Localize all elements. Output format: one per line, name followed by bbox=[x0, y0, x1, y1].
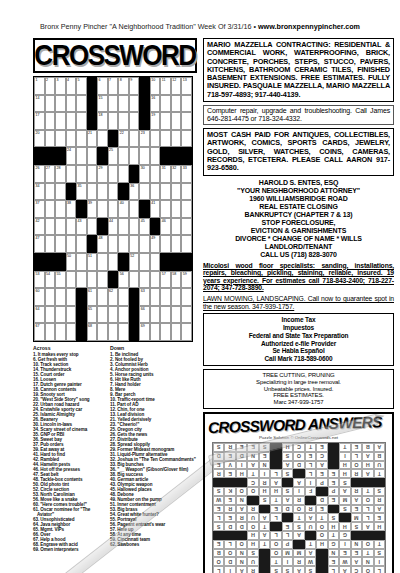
solution-letter-cell: A bbox=[293, 566, 304, 573]
cell-number: 41 bbox=[151, 201, 155, 205]
block-cell bbox=[160, 147, 171, 165]
solution-letter-cell: T bbox=[362, 487, 373, 496]
block-cell bbox=[87, 95, 98, 113]
cell-number: 3 bbox=[56, 78, 58, 82]
solution-block-cell bbox=[293, 540, 304, 549]
puzzle-cell bbox=[181, 288, 192, 306]
puzzle-cell: 56 bbox=[118, 271, 129, 289]
ad-line: Se Habla Español bbox=[207, 347, 390, 355]
puzzle-cell bbox=[66, 95, 77, 113]
solution-letter-cell: L bbox=[213, 513, 224, 522]
cell-number: 61 bbox=[88, 289, 92, 293]
puzzle-cell bbox=[129, 235, 140, 253]
cell-number: 39 bbox=[88, 201, 92, 205]
cell-number: 6 bbox=[99, 78, 101, 82]
puzzle-cell: 62 bbox=[108, 288, 119, 306]
block-cell bbox=[129, 288, 140, 306]
solution-letter-cell: L bbox=[304, 469, 315, 478]
cell-number: 17 bbox=[35, 113, 39, 117]
solution-block-cell bbox=[270, 522, 281, 531]
down-heading: Down bbox=[110, 346, 197, 351]
solution-letter-cell: A bbox=[362, 522, 373, 531]
solution-letter-cell: D bbox=[224, 522, 235, 531]
solution-block-cell bbox=[327, 452, 338, 461]
puzzle-cell: 55 bbox=[55, 271, 66, 289]
solution-letter-cell: S bbox=[350, 522, 361, 531]
puzzle-cell bbox=[45, 288, 56, 306]
solution-letter-cell: D bbox=[281, 505, 292, 514]
solution-letter-cell: H bbox=[270, 487, 281, 496]
puzzle-cell bbox=[129, 95, 140, 113]
puzzle-cell bbox=[171, 235, 182, 253]
cell-number: 22 bbox=[120, 131, 124, 135]
solution-letter-cell: L bbox=[362, 505, 373, 514]
solution-letter-cell: H bbox=[247, 531, 258, 540]
solution-letter-cell: R bbox=[213, 469, 224, 478]
solution-letter-cell: E bbox=[327, 478, 338, 487]
cell-number: 49 bbox=[151, 236, 155, 240]
cell-number: 65 bbox=[88, 307, 92, 311]
block-cell bbox=[76, 306, 87, 324]
solution-letter-cell: D bbox=[235, 452, 246, 461]
solution-letter-cell: T bbox=[270, 557, 281, 566]
cell-number: 16 bbox=[151, 96, 155, 100]
solution-letter-cell: S bbox=[327, 513, 338, 522]
block-cell bbox=[45, 147, 56, 165]
solution-letter-cell: E bbox=[339, 549, 350, 558]
puzzle-cell: 67 bbox=[34, 323, 45, 341]
puzzle-cell bbox=[66, 306, 77, 324]
cell-number: 38 bbox=[67, 201, 71, 205]
puzzle-cell: 45 bbox=[139, 218, 150, 236]
puzzle-cell bbox=[129, 271, 140, 289]
puzzle-cell: 44 bbox=[108, 218, 119, 236]
solution-letter-cell: O bbox=[247, 487, 258, 496]
cell-number: 51 bbox=[88, 254, 92, 258]
solution-letter-cell: I bbox=[258, 469, 269, 478]
solution-letter-cell: T bbox=[304, 443, 315, 452]
solution-block-cell bbox=[327, 505, 338, 514]
solution-letter-cell: S bbox=[373, 487, 384, 496]
solution-letter-cell: R bbox=[247, 505, 258, 514]
cell-number: 28 bbox=[56, 166, 60, 170]
puzzle-cell bbox=[76, 130, 87, 148]
solution-letter-cell: R bbox=[304, 505, 315, 514]
solution-block-cell bbox=[304, 496, 315, 505]
solution-letter-cell: C bbox=[316, 452, 327, 461]
puzzle-cell bbox=[45, 306, 56, 324]
puzzle-cell: 33 bbox=[181, 165, 192, 183]
solution-letter-cell: I bbox=[373, 557, 384, 566]
puzzle-cell bbox=[108, 95, 119, 113]
puzzle-cell bbox=[66, 235, 77, 253]
solution-block-cell bbox=[327, 461, 338, 470]
puzzle-cell bbox=[76, 165, 87, 183]
puzzle-cell: 31 bbox=[160, 165, 171, 183]
solution-letter-cell: I bbox=[224, 566, 235, 573]
puzzle-cell: 14 bbox=[34, 95, 45, 113]
puzzle-cell: 65 bbox=[87, 306, 98, 324]
solution-letter-cell: U bbox=[373, 461, 384, 470]
cell-number: 66 bbox=[141, 307, 145, 311]
puzzle-cell bbox=[171, 306, 182, 324]
solution-letter-cell: S bbox=[247, 549, 258, 558]
cell-number: 1 bbox=[35, 78, 37, 82]
puzzle-cell: 25 bbox=[108, 147, 119, 165]
solution-letter-cell: E bbox=[373, 513, 384, 522]
puzzle-cell bbox=[150, 183, 161, 201]
ad-line: Marc 347-939-1757 bbox=[207, 399, 390, 406]
puzzle-cell bbox=[108, 200, 119, 218]
solution-block-cell bbox=[362, 478, 373, 487]
clue-item: 69. Omen interpreters bbox=[33, 547, 108, 552]
puzzle-cell bbox=[45, 235, 56, 253]
puzzle-cell bbox=[66, 130, 77, 148]
solution-letter-cell: A bbox=[350, 496, 361, 505]
cell-number: 5 bbox=[78, 78, 80, 82]
puzzle-cell bbox=[129, 112, 140, 130]
puzzle-cell bbox=[66, 271, 77, 289]
cell-number: 25 bbox=[109, 148, 113, 152]
solution-letter-cell: S bbox=[213, 487, 224, 496]
puzzle-cell: 48 bbox=[97, 235, 108, 253]
puzzle-cell bbox=[118, 147, 129, 165]
cell-number: 40 bbox=[120, 201, 124, 205]
cell-number: 29 bbox=[99, 166, 103, 170]
cell-number: 37 bbox=[35, 201, 39, 205]
puzzle-cell bbox=[87, 218, 98, 236]
solution-letter-cell: A bbox=[316, 461, 327, 470]
solution-block-cell bbox=[281, 478, 292, 487]
solution-letter-cell: T bbox=[270, 496, 281, 505]
puzzle-cell bbox=[55, 235, 66, 253]
puzzle-cell: 6 bbox=[97, 77, 108, 95]
solution-letter-cell: E bbox=[327, 496, 338, 505]
solution-block-cell bbox=[293, 469, 304, 478]
puzzle-cell bbox=[55, 183, 66, 201]
down-clues: Down 1. Be inclined2. Not fooled by3. Co… bbox=[108, 346, 197, 552]
cell-number: 7 bbox=[109, 78, 111, 82]
puzzle-cell: 58 bbox=[171, 271, 182, 289]
block-cell bbox=[129, 306, 140, 324]
ad-line: MOST CASH PAID FOR ANTIQUES, COLLECTIBLE… bbox=[207, 131, 390, 172]
block-cell bbox=[139, 95, 150, 113]
solution-block-cell bbox=[316, 549, 327, 558]
classified-ad: Computer repair, upgrade and troubleshoo… bbox=[203, 105, 394, 125]
solution-block-cell bbox=[213, 478, 224, 487]
cell-number: 18 bbox=[99, 113, 103, 117]
solution-letter-cell: O bbox=[293, 505, 304, 514]
block-cell bbox=[108, 130, 119, 148]
clue-item: 61. Oscar nominee for "The Aviator" bbox=[33, 507, 108, 517]
solution-letter-cell: L bbox=[270, 531, 281, 540]
solution-letter-cell: B bbox=[362, 443, 373, 452]
cell-number: 63 bbox=[141, 289, 145, 293]
solution-block-cell bbox=[235, 478, 246, 487]
cell-number: 42 bbox=[35, 219, 39, 223]
puzzle-cell: 32 bbox=[171, 165, 182, 183]
ad-line: DIVORCE * CHANGE OF NAME * WILLS bbox=[203, 235, 394, 243]
block-cell bbox=[139, 77, 150, 95]
puzzle-cell bbox=[118, 235, 129, 253]
solution-letter-cell: V bbox=[224, 461, 235, 470]
puzzle-cell: 37 bbox=[34, 200, 45, 218]
solution-letter-cell: A bbox=[339, 566, 350, 573]
masthead-text: Bronx Penny Pincher "A Neighborhood Trad… bbox=[40, 22, 258, 31]
solution-letter-cell: C bbox=[247, 478, 258, 487]
puzzle-cell: 35 bbox=[76, 183, 87, 201]
cell-number: 68 bbox=[88, 324, 92, 328]
puzzle-cell bbox=[45, 95, 56, 113]
solution-letter-cell: N bbox=[327, 549, 338, 558]
clue-lists: Across 1. It makes every stop6. Get fres… bbox=[33, 346, 197, 552]
ad-line: Specializing in large tree removal. bbox=[207, 379, 390, 386]
masthead-url: www.bronxpennypincher.com bbox=[258, 22, 360, 31]
puzzle-cell bbox=[108, 235, 119, 253]
solution-letter-cell: E bbox=[316, 443, 327, 452]
solution-block-cell bbox=[362, 531, 373, 540]
puzzle-cell bbox=[66, 288, 77, 306]
cell-number: 23 bbox=[141, 131, 145, 135]
solution-letter-cell: E bbox=[213, 540, 224, 549]
puzzle-cell bbox=[150, 323, 161, 341]
solution-letter-cell: O bbox=[270, 549, 281, 558]
solution-letter-cell: E bbox=[316, 469, 327, 478]
ad-line: REAL ESTATE CLOSING bbox=[203, 203, 394, 211]
puzzle-cell bbox=[76, 253, 87, 271]
puzzle-cell bbox=[139, 271, 150, 289]
solution-letter-cell: M bbox=[350, 513, 361, 522]
puzzle-cell: 66 bbox=[139, 306, 150, 324]
solution-letter-cell: L bbox=[327, 566, 338, 573]
solution-letter-cell: E bbox=[213, 461, 224, 470]
puzzle-cell bbox=[66, 112, 77, 130]
block-cell bbox=[76, 323, 87, 341]
solution-letter-cell: P bbox=[316, 478, 327, 487]
cell-number: 13 bbox=[183, 78, 187, 82]
puzzle-cell bbox=[129, 130, 140, 148]
solution-letter-cell: A bbox=[373, 505, 384, 514]
puzzle-cell: 11 bbox=[160, 77, 171, 95]
block-cell bbox=[150, 218, 161, 236]
solution-letter-cell: A bbox=[258, 513, 269, 522]
puzzle-cell bbox=[87, 165, 98, 183]
puzzle-cell bbox=[171, 323, 182, 341]
solution-letter-cell: A bbox=[293, 531, 304, 540]
solution-letter-cell: A bbox=[281, 461, 292, 470]
block-cell bbox=[34, 253, 45, 271]
masthead: Bronx Penny Pincher "A Neighborhood Trad… bbox=[0, 22, 400, 31]
solution-letter-cell: S bbox=[373, 549, 384, 558]
solution-letter-cell: R bbox=[224, 443, 235, 452]
puzzle-cell: 40 bbox=[118, 200, 129, 218]
puzzle-cell bbox=[118, 288, 129, 306]
puzzle-cell bbox=[181, 235, 192, 253]
solution-letter-cell: O bbox=[293, 452, 304, 461]
cell-number: 50 bbox=[67, 254, 71, 258]
puzzle-cell: 18 bbox=[97, 112, 108, 130]
puzzle-cell bbox=[171, 200, 182, 218]
solution-letter-cell: A bbox=[293, 478, 304, 487]
solution-letter-cell: S bbox=[281, 452, 292, 461]
puzzle-cell: 15 bbox=[97, 95, 108, 113]
ad-line: Income Tax bbox=[207, 316, 390, 324]
block-cell bbox=[66, 183, 77, 201]
puzzle-cell: 39 bbox=[87, 200, 98, 218]
puzzle-cell: 2 bbox=[45, 77, 56, 95]
cell-number: 57 bbox=[162, 272, 166, 276]
solution-block-cell bbox=[304, 531, 315, 540]
block-cell bbox=[181, 253, 192, 271]
solution-letter-cell: A bbox=[339, 487, 350, 496]
puzzle-cell bbox=[97, 306, 108, 324]
solution-letter-cell: D bbox=[316, 496, 327, 505]
puzzle-cell bbox=[55, 306, 66, 324]
block-cell bbox=[108, 271, 119, 289]
solution-letter-cell: I bbox=[281, 557, 292, 566]
cell-number: 19 bbox=[151, 113, 155, 117]
puzzle-cell bbox=[55, 95, 66, 113]
cell-number: 46 bbox=[162, 219, 166, 223]
solution-letter-cell: S bbox=[213, 443, 224, 452]
ad-line: LAWN MOWING, LANDSCAPING. Call now to gu… bbox=[203, 295, 394, 310]
puzzle-cell: 7 bbox=[108, 77, 119, 95]
solution-letter-cell: L bbox=[350, 452, 361, 461]
answers-title: CROSSWORD ANSWERS bbox=[208, 413, 390, 437]
puzzle-cell: 23 bbox=[139, 130, 150, 148]
puzzle-cell bbox=[118, 218, 129, 236]
puzzle-cell bbox=[150, 253, 161, 271]
clue-item: 62. Sawbones bbox=[110, 542, 197, 547]
cell-number: 26 bbox=[35, 166, 39, 170]
puzzle-cell bbox=[66, 165, 77, 183]
solution-letter-cell: A bbox=[362, 452, 373, 461]
block-cell bbox=[139, 112, 150, 130]
puzzle-cell: 53 bbox=[34, 271, 45, 289]
puzzle-cell bbox=[76, 271, 87, 289]
ad-line: 1960 WILLIAMSBRIDGE ROAD bbox=[203, 195, 394, 203]
solution-block-cell bbox=[373, 478, 384, 487]
cell-number: 35 bbox=[78, 184, 82, 188]
solution-letter-cell: I bbox=[235, 461, 246, 470]
solution-block-cell bbox=[258, 557, 269, 566]
solution-letter-cell: I bbox=[339, 452, 350, 461]
solution-letter-cell: D bbox=[224, 557, 235, 566]
block-cell bbox=[129, 323, 140, 341]
ad-line: Computer repair, upgrade and troubleshoo… bbox=[207, 107, 390, 123]
solution-letter-cell: H bbox=[373, 522, 384, 531]
cell-number: 8 bbox=[120, 78, 122, 82]
block-cell bbox=[76, 288, 87, 306]
cell-number: 64 bbox=[35, 307, 39, 311]
puzzle-cell bbox=[45, 323, 56, 341]
puzzle-cell bbox=[97, 271, 108, 289]
solution-letter-cell: D bbox=[213, 452, 224, 461]
solution-letter-cell: P bbox=[281, 540, 292, 549]
solution-letter-cell: E bbox=[224, 469, 235, 478]
solution-letter-cell: E bbox=[258, 452, 269, 461]
puzzle-cell: 57 bbox=[160, 271, 171, 289]
ad-line: Unbeatable prices. Insured. bbox=[207, 386, 390, 393]
puzzle-cell bbox=[97, 200, 108, 218]
solution-letter-cell: I bbox=[339, 540, 350, 549]
ad-line: Call Mark 718-589-0600 bbox=[207, 355, 390, 363]
ad-line: Micolosi wood floor specialists: sanding… bbox=[203, 262, 394, 292]
puzzle-cell bbox=[76, 112, 87, 130]
block-cell bbox=[118, 253, 129, 271]
cell-number: 10 bbox=[151, 78, 155, 82]
ad-line: CALL US (718) 828-3070 bbox=[203, 251, 394, 259]
solution-letter-cell: O bbox=[362, 566, 373, 573]
solution-letter-cell: I bbox=[293, 487, 304, 496]
puzzle-cell: 4 bbox=[66, 77, 77, 95]
ads-column: MARIO MAZZELLA CONTRACTING: RESIDENTIAL … bbox=[203, 38, 394, 573]
block-cell bbox=[45, 253, 56, 271]
solution-letter-cell: I bbox=[304, 478, 315, 487]
classified-ad: MOST CASH PAID FOR ANTIQUES, COLLECTIBLE… bbox=[203, 128, 394, 175]
solution-letter-cell: N bbox=[235, 549, 246, 558]
puzzle-cell bbox=[181, 306, 192, 324]
cell-number: 21 bbox=[88, 131, 92, 135]
puzzle-cell bbox=[118, 112, 129, 130]
solution-letter-cell: T bbox=[258, 540, 269, 549]
solution-letter-cell: A bbox=[247, 461, 258, 470]
solution-letter-cell: E bbox=[224, 496, 235, 505]
solution-letter-cell: G bbox=[339, 531, 350, 540]
solution-letter-cell: E bbox=[350, 549, 361, 558]
puzzle-cell: 29 bbox=[97, 165, 108, 183]
puzzle-cell bbox=[55, 130, 66, 148]
crossword-logo: CROSSWORD bbox=[33, 38, 197, 73]
puzzle-cell bbox=[55, 288, 66, 306]
solution-letter-cell: O bbox=[316, 522, 327, 531]
puzzle-cell bbox=[150, 165, 161, 183]
solution-letter-cell: O bbox=[235, 540, 246, 549]
solution-letter-cell: M bbox=[339, 496, 350, 505]
puzzle-cell bbox=[129, 200, 140, 218]
across-clues: Across 1. It makes every stop6. Get fres… bbox=[33, 346, 108, 552]
solution-letter-cell: G bbox=[327, 540, 338, 549]
puzzle-cell: 64 bbox=[34, 306, 45, 324]
puzzle-cell bbox=[76, 95, 87, 113]
solution-letter-cell: S bbox=[281, 487, 292, 496]
cell-number: 30 bbox=[141, 166, 145, 170]
solution-letter-cell: W bbox=[213, 496, 224, 505]
cell-number: 53 bbox=[35, 272, 39, 276]
solution-letter-cell: R bbox=[373, 496, 384, 505]
puzzle-cell: 68 bbox=[87, 323, 98, 341]
solution-letter-cell: D bbox=[235, 522, 246, 531]
puzzle-cell: 28 bbox=[55, 165, 66, 183]
solution-letter-cell: R bbox=[258, 478, 269, 487]
puzzle-cell bbox=[97, 130, 108, 148]
puzzle-cell bbox=[118, 165, 129, 183]
solution-letter-cell: L bbox=[304, 461, 315, 470]
solution-letter-cell: T bbox=[373, 469, 384, 478]
cell-number: 2 bbox=[46, 78, 48, 82]
puzzle-cell bbox=[139, 147, 150, 165]
cell-number: 31 bbox=[162, 166, 166, 170]
solution-letter-cell: A bbox=[350, 557, 361, 566]
solution-letter-cell: E bbox=[304, 452, 315, 461]
solution-letter-cell: O bbox=[362, 496, 373, 505]
puzzle-cell bbox=[171, 288, 182, 306]
solution-block-cell bbox=[258, 566, 269, 573]
solution-letter-cell: A bbox=[304, 549, 315, 558]
puzzle-cell bbox=[97, 323, 108, 341]
puzzle-cell bbox=[150, 288, 161, 306]
puzzle-cell bbox=[171, 218, 182, 236]
